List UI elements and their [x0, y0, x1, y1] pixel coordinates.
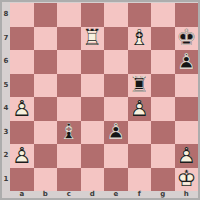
square-d8[interactable]	[81, 3, 105, 27]
square-d3[interactable]	[81, 121, 105, 145]
square-f5[interactable]: ♜♖	[128, 74, 152, 98]
black-pawn[interactable]: ♟♙	[104, 121, 128, 145]
white-pawn[interactable]: ♟♙	[10, 144, 34, 168]
square-c4[interactable]	[57, 97, 81, 121]
square-g4[interactable]	[151, 97, 175, 121]
square-g7[interactable]	[151, 27, 175, 51]
black-bishop[interactable]: ♝♗	[57, 121, 81, 145]
file-label-c: c	[57, 191, 81, 198]
square-g2[interactable]	[151, 144, 175, 168]
black-bishop-outline-icon: ♗	[59, 121, 79, 143]
black-pawn[interactable]: ♟♙	[175, 50, 199, 74]
white-pawn[interactable]: ♟♙	[128, 97, 152, 121]
square-f7[interactable]: ♝♗	[128, 27, 152, 51]
square-e2[interactable]	[104, 144, 128, 168]
square-e4[interactable]	[104, 97, 128, 121]
square-e5[interactable]	[104, 74, 128, 98]
white-pawn[interactable]: ♟♙	[10, 97, 34, 121]
square-g8[interactable]	[151, 3, 175, 27]
rank-label-2: 2	[2, 144, 10, 168]
square-h8[interactable]	[175, 3, 199, 27]
black-king-outline-icon: ♔	[176, 27, 196, 49]
file-label-f: f	[128, 191, 152, 198]
square-h6[interactable]: ♟♙	[175, 50, 199, 74]
file-label-h: h	[175, 191, 199, 198]
square-a3[interactable]	[10, 121, 34, 145]
white-king[interactable]: ♚♔	[175, 168, 199, 192]
square-g6[interactable]	[151, 50, 175, 74]
square-e3[interactable]: ♟♙	[104, 121, 128, 145]
square-d1[interactable]	[81, 168, 105, 192]
rank-label-4: 4	[2, 97, 10, 121]
chess-board-frame: ♜♖♝♗♚♔♟♙♜♖♟♙♟♙♝♗♟♙♟♙♟♙♚♔ 87654321 abcdef…	[0, 0, 200, 200]
square-b5[interactable]	[34, 74, 58, 98]
file-label-d: d	[81, 191, 105, 198]
square-e8[interactable]	[104, 3, 128, 27]
square-b1[interactable]	[34, 168, 58, 192]
file-label-g: g	[151, 191, 175, 198]
chess-board: ♜♖♝♗♚♔♟♙♜♖♟♙♟♙♝♗♟♙♟♙♟♙♚♔	[10, 3, 198, 191]
white-rook[interactable]: ♜♖	[81, 27, 105, 51]
square-a8[interactable]	[10, 3, 34, 27]
square-d4[interactable]	[81, 97, 105, 121]
square-d5[interactable]	[81, 74, 105, 98]
square-f4[interactable]: ♟♙	[128, 97, 152, 121]
square-b7[interactable]	[34, 27, 58, 51]
square-f6[interactable]	[128, 50, 152, 74]
square-h4[interactable]	[175, 97, 199, 121]
square-h7[interactable]: ♚♔	[175, 27, 199, 51]
white-bishop[interactable]: ♝♗	[128, 27, 152, 51]
square-h2[interactable]: ♟♙	[175, 144, 199, 168]
square-a1[interactable]	[10, 168, 34, 192]
square-a6[interactable]	[10, 50, 34, 74]
file-label-a: a	[10, 191, 34, 198]
square-b2[interactable]	[34, 144, 58, 168]
square-g1[interactable]	[151, 168, 175, 192]
square-e7[interactable]	[104, 27, 128, 51]
white-king-outline-icon: ♔	[176, 168, 196, 190]
rank-label-6: 6	[2, 50, 10, 74]
black-rook[interactable]: ♜♖	[128, 74, 152, 98]
square-g3[interactable]	[151, 121, 175, 145]
square-a7[interactable]	[10, 27, 34, 51]
square-f1[interactable]	[128, 168, 152, 192]
square-a4[interactable]: ♟♙	[10, 97, 34, 121]
file-label-e: e	[104, 191, 128, 198]
black-pawn-outline-icon: ♙	[176, 51, 196, 73]
square-e6[interactable]	[104, 50, 128, 74]
square-a2[interactable]: ♟♙	[10, 144, 34, 168]
square-c3[interactable]: ♝♗	[57, 121, 81, 145]
black-pawn-outline-icon: ♙	[106, 121, 126, 143]
rank-label-8: 8	[2, 3, 10, 27]
square-g5[interactable]	[151, 74, 175, 98]
square-h5[interactable]	[175, 74, 199, 98]
square-a5[interactable]	[10, 74, 34, 98]
square-c6[interactable]	[57, 50, 81, 74]
white-pawn[interactable]: ♟♙	[175, 144, 199, 168]
black-king[interactable]: ♚♔	[175, 27, 199, 51]
square-e1[interactable]	[104, 168, 128, 192]
square-f3[interactable]	[128, 121, 152, 145]
rank-label-5: 5	[2, 74, 10, 98]
square-c7[interactable]	[57, 27, 81, 51]
square-c1[interactable]	[57, 168, 81, 192]
white-pawn-outline-icon: ♙	[129, 98, 149, 120]
square-b6[interactable]	[34, 50, 58, 74]
rank-label-3: 3	[2, 121, 10, 145]
square-c8[interactable]	[57, 3, 81, 27]
square-d7[interactable]: ♜♖	[81, 27, 105, 51]
square-f2[interactable]	[128, 144, 152, 168]
white-bishop-outline-icon: ♗	[129, 27, 149, 49]
square-h1[interactable]: ♚♔	[175, 168, 199, 192]
square-d6[interactable]	[81, 50, 105, 74]
square-b3[interactable]	[34, 121, 58, 145]
black-rook-outline-icon: ♖	[129, 74, 149, 96]
rank-label-1: 1	[2, 168, 10, 192]
white-pawn-outline-icon: ♙	[12, 145, 32, 167]
white-rook-outline-icon: ♖	[82, 27, 102, 49]
square-b4[interactable]	[34, 97, 58, 121]
square-c2[interactable]	[57, 144, 81, 168]
white-pawn-outline-icon: ♙	[176, 145, 196, 167]
rank-label-7: 7	[2, 27, 10, 51]
white-pawn-outline-icon: ♙	[12, 98, 32, 120]
square-h3[interactable]	[175, 121, 199, 145]
square-f8[interactable]	[128, 3, 152, 27]
square-d2[interactable]	[81, 144, 105, 168]
square-b8[interactable]	[34, 3, 58, 27]
file-label-b: b	[34, 191, 58, 198]
square-c5[interactable]	[57, 74, 81, 98]
